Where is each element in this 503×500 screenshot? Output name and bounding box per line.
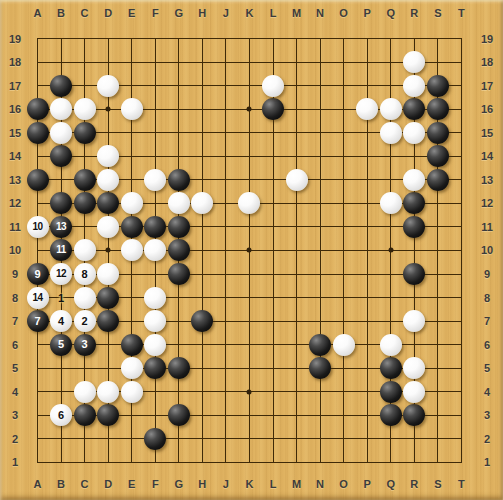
stone-black[interactable] [403,216,425,238]
stone-white[interactable] [121,357,143,379]
coordinate-label-right: 15 [481,127,493,139]
stone-black[interactable]: 9 [27,263,49,285]
coordinate-label-right: 1 [484,456,490,468]
stone-white[interactable] [380,334,402,356]
stone-black[interactable] [97,287,119,309]
stone-black[interactable]: 5 [50,334,72,356]
stone-white[interactable] [380,192,402,214]
coordinate-label-top: S [434,7,441,19]
stone-white[interactable] [121,381,143,403]
coordinate-label-bottom: R [410,478,418,490]
stone-white[interactable] [74,287,96,309]
move-number-label: 8 [82,269,88,280]
stone-black[interactable] [403,192,425,214]
stone-white[interactable] [144,334,166,356]
coordinate-label-top: A [34,7,42,19]
coordinate-label-top: P [364,7,371,19]
stone-white[interactable]: 12 [50,263,72,285]
stone-white[interactable] [97,169,119,191]
star-point [247,107,252,112]
stone-white[interactable] [50,98,72,120]
grid-line-vertical [461,38,462,463]
stone-white[interactable] [380,122,402,144]
stone-black[interactable] [427,145,449,167]
stone-black[interactable] [27,169,49,191]
coordinate-label-top: D [104,7,112,19]
coordinate-label-right: 16 [481,103,493,115]
stone-white[interactable] [74,381,96,403]
stone-white[interactable] [238,192,260,214]
stone-white[interactable] [97,145,119,167]
grid-line-vertical [320,38,321,463]
stone-black[interactable] [403,404,425,426]
star-point [388,248,393,253]
stone-black[interactable]: 7 [27,310,49,332]
stone-black[interactable] [427,169,449,191]
coordinate-label-left: 1 [12,456,18,468]
coordinate-label-bottom: C [81,478,89,490]
stone-black[interactable] [121,334,143,356]
coordinate-label-top: M [292,7,301,19]
stone-white[interactable] [97,75,119,97]
stone-white[interactable] [97,216,119,238]
stone-black[interactable] [168,404,190,426]
stone-black[interactable] [168,263,190,285]
move-number-label: 14 [32,293,42,303]
move-number-label: 5 [58,339,64,350]
stone-black[interactable]: 3 [74,334,96,356]
stone-white[interactable] [97,381,119,403]
go-board[interactable]: AABBCCDDEEFFGGHHJJKKLLMMNNOOPPQQRRSSTT19… [0,0,503,500]
coordinate-label-left: 11 [9,221,21,233]
stone-black[interactable] [50,145,72,167]
stone-white[interactable]: 8 [74,263,96,285]
coordinate-label-left: 9 [12,268,18,280]
stone-white[interactable] [403,75,425,97]
coordinate-label-right: 8 [484,292,490,304]
stone-black[interactable] [97,404,119,426]
coordinate-label-left: 6 [12,339,18,351]
star-point [106,107,111,112]
coordinate-label-top: L [270,7,277,19]
coordinate-label-bottom: N [316,478,324,490]
coordinate-label-bottom: E [128,478,135,490]
stone-black[interactable] [97,310,119,332]
coordinate-label-top: J [223,7,229,19]
stone-black[interactable] [427,122,449,144]
stone-white[interactable] [74,239,96,261]
stone-white[interactable] [286,169,308,191]
coordinate-label-right: 5 [484,362,490,374]
stone-white[interactable] [121,98,143,120]
move-number-label: 13 [56,222,66,232]
stone-white[interactable] [262,75,284,97]
coordinate-label-right: 14 [481,150,493,162]
stone-black[interactable] [144,216,166,238]
stone-white[interactable] [144,169,166,191]
stone-white[interactable] [403,357,425,379]
move-number-label: 4 [58,316,64,327]
coordinate-label-right: 7 [484,315,490,327]
coordinate-label-top: T [458,7,465,19]
grid-line-vertical [343,38,344,463]
coordinate-label-bottom: O [339,478,348,490]
coordinate-label-left: 8 [12,292,18,304]
stone-white[interactable]: 14 [27,287,49,309]
stone-white[interactable] [403,51,425,73]
stone-white[interactable] [144,310,166,332]
stone-white[interactable]: 4 [50,310,72,332]
stone-black[interactable] [262,98,284,120]
coordinate-label-top: K [245,7,253,19]
stone-white[interactable]: 10 [27,216,49,238]
coordinate-label-top: E [128,7,135,19]
coordinate-label-right: 6 [484,339,490,351]
coordinate-label-left: 2 [12,433,18,445]
coordinate-label-left: 10 [9,244,21,256]
stone-white[interactable] [121,239,143,261]
coordinate-label-right: 17 [481,80,493,92]
coordinate-label-right: 11 [481,221,493,233]
stone-white[interactable] [144,239,166,261]
stone-white[interactable] [403,310,425,332]
stone-white[interactable] [97,263,119,285]
coordinate-label-top: Q [386,7,395,19]
stone-black[interactable] [50,75,72,97]
stone-black[interactable] [74,169,96,191]
move-number-label: 2 [82,316,88,327]
move-number-empty-point: 1 [58,292,64,304]
coordinate-label-left: 12 [9,197,21,209]
move-number-label: 11 [56,245,66,255]
move-number-label: 3 [82,339,88,350]
move-number-label: 10 [32,222,42,232]
stone-black[interactable] [380,357,402,379]
coordinate-label-bottom: J [223,478,229,490]
coordinate-label-bottom: D [104,478,112,490]
stone-black[interactable] [144,428,166,450]
stone-black[interactable] [427,98,449,120]
stone-black[interactable] [403,263,425,285]
coordinate-label-right: 2 [484,433,490,445]
stone-black[interactable] [27,98,49,120]
coordinate-label-bottom: Q [386,478,395,490]
coordinate-label-bottom: B [57,478,65,490]
coordinate-label-right: 12 [481,197,493,209]
move-number-label: 9 [34,269,40,280]
stone-white[interactable] [168,192,190,214]
coordinate-label-left: 19 [9,33,21,45]
stone-black[interactable] [380,381,402,403]
stone-white[interactable]: 6 [50,404,72,426]
stone-white[interactable] [121,192,143,214]
stone-black[interactable] [309,357,331,379]
stone-black[interactable]: 13 [50,216,72,238]
coordinate-label-left: 7 [12,315,18,327]
stone-white[interactable] [144,287,166,309]
stone-black[interactable] [168,357,190,379]
coordinate-label-right: 13 [481,174,493,186]
coordinate-label-left: 4 [12,386,18,398]
coordinate-label-left: 5 [12,362,18,374]
move-number-label: 7 [34,316,40,327]
coordinate-label-top: B [57,7,65,19]
stone-black[interactable] [168,239,190,261]
stone-white[interactable] [403,381,425,403]
grid-line-horizontal [37,462,462,463]
stone-white[interactable] [74,98,96,120]
coordinate-label-left: 15 [9,127,21,139]
coordinate-label-right: 9 [484,268,490,280]
coordinate-label-bottom: G [175,478,184,490]
stone-white[interactable]: 2 [74,310,96,332]
star-point [247,248,252,253]
stone-white[interactable] [50,122,72,144]
stone-white[interactable] [403,169,425,191]
coordinate-label-bottom: H [198,478,206,490]
coordinate-label-right: 19 [481,33,493,45]
stone-black[interactable] [121,216,143,238]
coordinate-label-bottom: T [458,478,465,490]
coordinate-label-bottom: L [270,478,277,490]
coordinate-label-top: G [175,7,184,19]
stone-white[interactable] [333,334,355,356]
stone-black[interactable] [74,404,96,426]
coordinate-label-bottom: S [434,478,441,490]
stone-black[interactable] [168,216,190,238]
stone-black[interactable] [27,122,49,144]
stone-black[interactable] [97,192,119,214]
coordinate-label-right: 10 [481,244,493,256]
coordinate-label-top: N [316,7,324,19]
coordinate-label-bottom: M [292,478,301,490]
coordinate-label-left: 18 [9,56,21,68]
stone-black[interactable]: 11 [50,239,72,261]
coordinate-label-bottom: P [364,478,371,490]
coordinate-label-bottom: A [34,478,42,490]
move-number-label: 6 [58,410,64,421]
coordinate-label-bottom: K [245,478,253,490]
coordinate-label-top: F [152,7,159,19]
coordinate-label-left: 3 [12,409,18,421]
coordinate-label-top: R [410,7,418,19]
stone-black[interactable] [168,169,190,191]
stone-black[interactable] [74,192,96,214]
stone-black[interactable] [191,310,213,332]
coordinate-label-top: O [339,7,348,19]
coordinate-label-left: 14 [9,150,21,162]
stone-black[interactable] [50,192,72,214]
star-point [106,248,111,253]
stone-black[interactable] [144,357,166,379]
grid-line-horizontal [37,438,462,439]
coordinate-label-left: 17 [9,80,21,92]
coordinate-label-right: 4 [484,386,490,398]
stone-black[interactable] [309,334,331,356]
stone-black[interactable] [380,404,402,426]
stone-white[interactable] [380,98,402,120]
coordinate-label-bottom: F [152,478,159,490]
grid-line-vertical [296,38,297,463]
coordinate-label-right: 3 [484,409,490,421]
stone-black[interactable] [427,75,449,97]
stone-black[interactable] [74,122,96,144]
stone-white[interactable] [403,122,425,144]
stone-white[interactable] [356,98,378,120]
coordinate-label-top: H [198,7,206,19]
stone-black[interactable] [403,98,425,120]
coordinate-label-right: 18 [481,56,493,68]
coordinate-label-left: 16 [9,103,21,115]
star-point [247,389,252,394]
move-number-label: 12 [56,269,66,279]
stone-white[interactable] [191,192,213,214]
coordinate-label-left: 13 [9,174,21,186]
coordinate-label-top: C [81,7,89,19]
